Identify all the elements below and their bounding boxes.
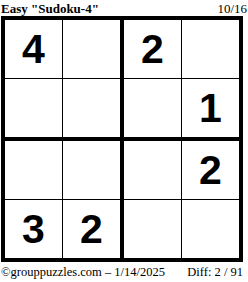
page-number: 10/16 — [217, 1, 247, 16]
puzzle-title: Easy "Sudoku-4" — [1, 1, 99, 16]
puzzle-page: Easy "Sudoku-4" 10/16 4 2 1 2 3 2 ©group… — [0, 0, 248, 282]
cell-r4c2: 2 — [63, 200, 124, 258]
cell-r3c2[interactable] — [63, 141, 124, 200]
cell-r4c3[interactable] — [124, 200, 182, 258]
cell-r1c1: 4 — [5, 20, 63, 79]
cell-r2c4: 1 — [182, 79, 239, 141]
cell-r2c1[interactable] — [5, 79, 63, 141]
cell-r3c4: 2 — [182, 141, 239, 200]
difficulty-text: Diff: 2 / 91 — [187, 265, 243, 279]
sudoku-board: 4 2 1 2 3 2 — [1, 16, 243, 262]
cell-r4c4[interactable] — [182, 200, 239, 258]
cell-r2c3[interactable] — [124, 79, 182, 141]
header: Easy "Sudoku-4" 10/16 — [0, 0, 248, 16]
footer: ©grouppuzzles.com – 1/14/2025 Diff: 2 / … — [0, 265, 248, 279]
cell-r4c1: 3 — [5, 200, 63, 258]
cell-r1c2[interactable] — [63, 20, 124, 79]
cell-r3c3[interactable] — [124, 141, 182, 200]
cell-r2c2[interactable] — [63, 79, 124, 141]
cell-r1c4[interactable] — [182, 20, 239, 79]
cell-r3c1[interactable] — [5, 141, 63, 200]
cell-r1c3: 2 — [124, 20, 182, 79]
copyright-text: ©grouppuzzles.com – 1/14/2025 — [1, 265, 165, 279]
